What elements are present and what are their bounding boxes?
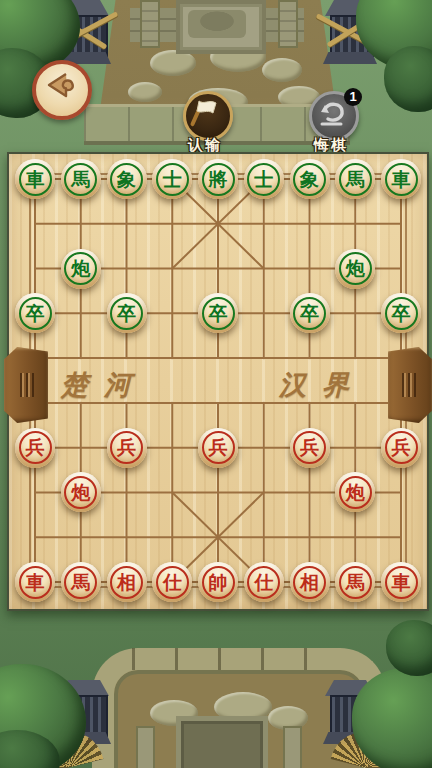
board-handle-right <box>388 347 432 423</box>
surrender-button[interactable] <box>183 91 233 141</box>
piece-red-chariot[interactable]: 車 <box>15 562 55 602</box>
piece-red-soldier[interactable]: 兵 <box>107 428 147 468</box>
piece-black-horse[interactable]: 馬 <box>61 159 101 199</box>
white-flag-icon <box>185 93 225 133</box>
stone-doorway <box>176 716 268 768</box>
piece-black-elephant[interactable]: 象 <box>290 159 330 199</box>
piece-black-cannon[interactable]: 炮 <box>61 249 101 289</box>
stone-pillar <box>278 0 298 48</box>
undo-button[interactable]: 1 <box>309 91 359 141</box>
piece-red-soldier[interactable]: 兵 <box>15 428 55 468</box>
piece-red-advisor[interactable]: 仕 <box>244 562 284 602</box>
stone-monument <box>176 0 266 54</box>
piece-red-horse[interactable]: 馬 <box>335 562 375 602</box>
piece-red-advisor[interactable]: 仕 <box>152 562 192 602</box>
river-label-left: 楚河 <box>61 367 147 403</box>
piece-black-chariot[interactable]: 車 <box>381 159 421 199</box>
bush <box>386 620 432 676</box>
piece-black-soldier[interactable]: 卒 <box>290 293 330 333</box>
back-arrow-icon <box>36 64 80 108</box>
back-button[interactable] <box>32 60 92 120</box>
piece-black-advisor[interactable]: 士 <box>244 159 284 199</box>
bush <box>384 46 432 112</box>
piece-red-chariot[interactable]: 車 <box>381 562 421 602</box>
piece-red-horse[interactable]: 馬 <box>61 562 101 602</box>
piece-red-cannon[interactable]: 炮 <box>61 472 101 512</box>
board-handle-left <box>4 347 48 423</box>
piece-black-general[interactable]: 將 <box>198 159 238 199</box>
stone-pillar <box>140 0 160 48</box>
piece-black-chariot[interactable]: 車 <box>15 159 55 199</box>
piece-black-advisor[interactable]: 士 <box>152 159 192 199</box>
undo-count-badge: 1 <box>344 88 362 106</box>
path-stone <box>128 82 162 102</box>
river-label-right: 汉界 <box>279 367 365 403</box>
piece-black-horse[interactable]: 馬 <box>335 159 375 199</box>
path-stone <box>262 58 302 82</box>
piece-red-elephant[interactable]: 相 <box>107 562 147 602</box>
piece-red-general[interactable]: 帥 <box>198 562 238 602</box>
door-pillar <box>136 726 155 768</box>
piece-red-soldier[interactable]: 兵 <box>198 428 238 468</box>
piece-red-elephant[interactable]: 相 <box>290 562 330 602</box>
piece-black-elephant[interactable]: 象 <box>107 159 147 199</box>
piece-red-soldier[interactable]: 兵 <box>381 428 421 468</box>
xiangqi-board[interactable]: 楚河 汉界 車馬象士將士象馬車炮炮卒卒卒卒卒兵兵兵兵兵炮炮車馬相仕帥仕相馬車 <box>7 152 429 611</box>
piece-black-soldier[interactable]: 卒 <box>107 293 147 333</box>
stone-arch-blocks <box>92 648 342 670</box>
door-pillar <box>283 726 302 768</box>
piece-red-soldier[interactable]: 兵 <box>290 428 330 468</box>
piece-black-cannon[interactable]: 炮 <box>335 249 375 289</box>
